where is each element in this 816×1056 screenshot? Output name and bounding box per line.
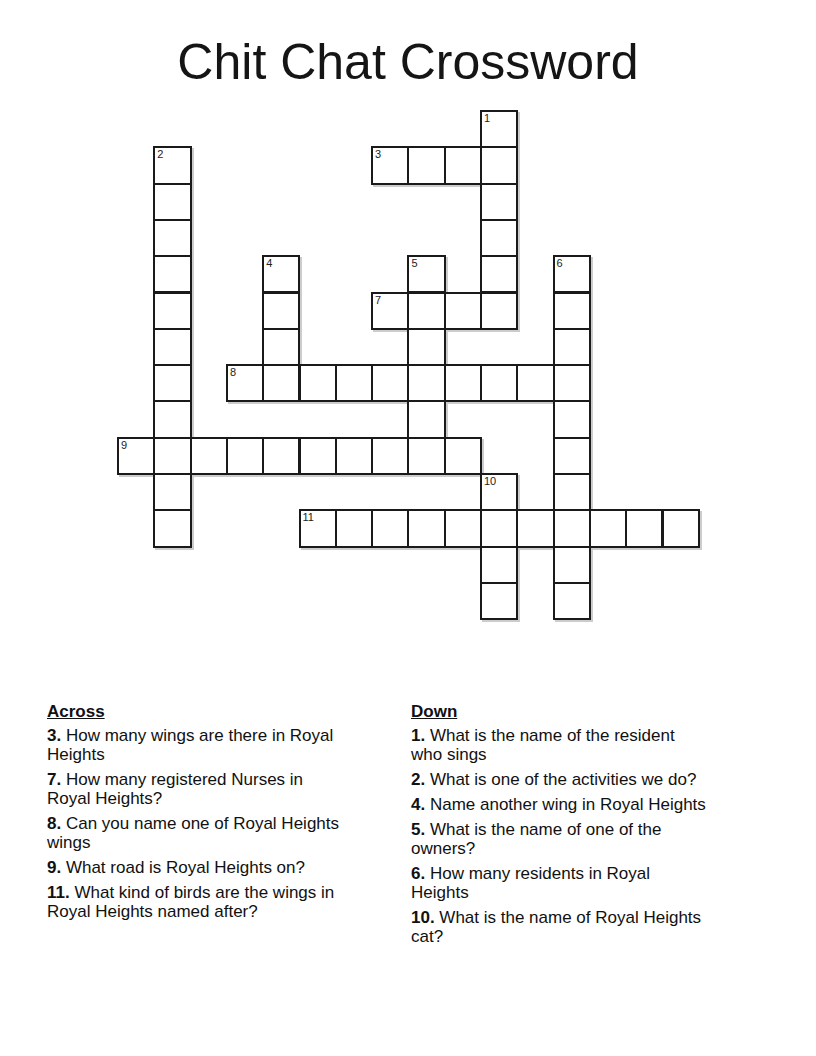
across-header: Across <box>47 702 348 721</box>
cell-r11c10[interactable] <box>480 509 518 547</box>
cell-r11c9[interactable] <box>444 509 482 547</box>
clue-number-label: 2. <box>411 770 430 789</box>
cell-r4c10[interactable] <box>480 255 518 293</box>
cell-r0c10[interactable]: 1 <box>480 110 518 148</box>
cell-number: 3 <box>375 148 381 160</box>
cell-r2c1[interactable] <box>153 183 191 221</box>
clue-number-label: 1. <box>411 726 430 745</box>
clue-text: What is one of the activities we do? <box>430 770 696 789</box>
cell-r7c9[interactable] <box>444 364 482 402</box>
down-clue-list: 1. What is the name of the resident who … <box>411 726 709 946</box>
cell-number: 8 <box>230 366 236 378</box>
cell-r3c1[interactable] <box>153 219 191 257</box>
cell-r13c10[interactable] <box>480 582 518 620</box>
cell-r11c7[interactable] <box>371 509 409 547</box>
clue-down-4: 4. Name another wing in Royal Heights <box>411 795 709 814</box>
cell-r9c5[interactable] <box>299 437 337 475</box>
cell-r7c10[interactable] <box>480 364 518 402</box>
cell-r6c12[interactable] <box>553 328 591 366</box>
clue-down-5: 5. What is the name of one of the owners… <box>411 820 709 858</box>
cell-r11c1[interactable] <box>153 509 191 547</box>
cell-number: 5 <box>411 257 417 269</box>
cell-r7c6[interactable] <box>335 364 373 402</box>
cell-r13c12[interactable] <box>553 582 591 620</box>
clue-text: What is the name of one of the owners? <box>411 820 661 858</box>
cell-r9c1[interactable] <box>153 437 191 475</box>
cell-r11c13[interactable] <box>589 509 627 547</box>
clue-number-label: 11. <box>47 883 74 902</box>
cell-r5c10[interactable] <box>480 292 518 330</box>
cell-r9c4[interactable] <box>262 437 300 475</box>
cell-r11c12[interactable] <box>553 509 591 547</box>
down-clues-column: Down 1. What is the name of the resident… <box>411 702 709 952</box>
cell-r7c8[interactable] <box>407 364 445 402</box>
cell-r7c5[interactable] <box>299 364 337 402</box>
cell-r12c10[interactable] <box>480 546 518 584</box>
cell-r4c12[interactable]: 6 <box>553 255 591 293</box>
cell-r7c7[interactable] <box>371 364 409 402</box>
cell-r5c4[interactable] <box>262 292 300 330</box>
clue-number-label: 5. <box>411 820 430 839</box>
cell-r4c4[interactable]: 4 <box>262 255 300 293</box>
cell-r1c10[interactable] <box>480 146 518 184</box>
cell-r4c1[interactable] <box>153 255 191 293</box>
page-title: Chit Chat Crossword <box>0 34 816 90</box>
cell-r11c15[interactable] <box>662 509 700 547</box>
cell-r12c12[interactable] <box>553 546 591 584</box>
cell-number: 9 <box>121 439 127 451</box>
cell-number: 11 <box>303 511 314 523</box>
cell-r7c12[interactable] <box>553 364 591 402</box>
clue-number-label: 4. <box>411 795 430 814</box>
cell-r9c8[interactable] <box>407 437 445 475</box>
cell-r6c1[interactable] <box>153 328 191 366</box>
clue-text: What is the name of the resident who sin… <box>411 726 675 764</box>
clue-number-label: 7. <box>47 770 66 789</box>
clue-number-label: 10. <box>411 908 439 927</box>
cell-r7c3[interactable]: 8 <box>226 364 264 402</box>
cell-r5c7[interactable]: 7 <box>371 292 409 330</box>
clue-text: What is the name of Royal Heights cat? <box>411 908 701 946</box>
cell-r4c8[interactable]: 5 <box>407 255 445 293</box>
cell-r8c8[interactable] <box>407 400 445 438</box>
cell-r11c11[interactable] <box>516 509 554 547</box>
cell-r9c0[interactable]: 9 <box>117 437 155 475</box>
cell-number: 2 <box>157 148 163 160</box>
cell-r11c6[interactable] <box>335 509 373 547</box>
clue-down-6: 6. How many residents in Royal Heights <box>411 864 709 902</box>
clue-down-1: 1. What is the name of the resident who … <box>411 726 709 764</box>
clue-text: How many registered Nurses in Royal Heig… <box>47 770 303 808</box>
cell-r11c5[interactable]: 11 <box>299 509 337 547</box>
cell-r9c7[interactable] <box>371 437 409 475</box>
clue-across-3: 3. How many wings are there in Royal Hei… <box>47 726 348 764</box>
cell-r5c9[interactable] <box>444 292 482 330</box>
cell-number: 4 <box>266 257 272 269</box>
clue-across-9: 9. What road is Royal Heights on? <box>47 858 348 877</box>
cell-r1c9[interactable] <box>444 146 482 184</box>
cell-r8c12[interactable] <box>553 400 591 438</box>
clue-number-label: 9. <box>47 858 66 877</box>
cell-number: 6 <box>557 257 563 269</box>
clue-across-7: 7. How many registered Nurses in Royal H… <box>47 770 348 808</box>
cell-r9c3[interactable] <box>226 437 264 475</box>
clue-text: Can you name one of Royal Heights wings <box>47 814 339 852</box>
cell-r7c4[interactable] <box>262 364 300 402</box>
clue-number-label: 6. <box>411 864 430 883</box>
cell-r10c12[interactable] <box>553 473 591 511</box>
across-clues-column: Across 3. How many wings are there in Ro… <box>47 702 348 927</box>
clue-text: What road is Royal Heights on? <box>66 858 305 877</box>
clue-number-label: 8. <box>47 814 66 833</box>
cell-r1c1[interactable]: 2 <box>153 146 191 184</box>
clue-across-8: 8. Can you name one of Royal Heights win… <box>47 814 348 852</box>
cell-r5c8[interactable] <box>407 292 445 330</box>
cell-r10c10[interactable]: 10 <box>480 473 518 511</box>
crossword-grid: 1234567891011 <box>117 110 701 622</box>
clue-text: Name another wing in Royal Heights <box>430 795 706 814</box>
down-header: Down <box>411 702 709 721</box>
cell-r11c8[interactable] <box>407 509 445 547</box>
cell-r9c9[interactable] <box>444 437 482 475</box>
cell-r8c1[interactable] <box>153 400 191 438</box>
clue-text: What kind of birds are the wings in Roya… <box>47 883 334 921</box>
clue-down-10: 10. What is the name of Royal Heights ca… <box>411 908 709 946</box>
cell-r6c4[interactable] <box>262 328 300 366</box>
cell-r2c10[interactable] <box>480 183 518 221</box>
clue-down-2: 2. What is one of the activities we do? <box>411 770 709 789</box>
cell-number: 1 <box>484 112 490 124</box>
cell-r11c14[interactable] <box>625 509 663 547</box>
cell-r5c1[interactable] <box>153 292 191 330</box>
cell-r1c8[interactable] <box>407 146 445 184</box>
clue-number-label: 3. <box>47 726 66 745</box>
across-clue-list: 3. How many wings are there in Royal Hei… <box>47 726 348 921</box>
cell-r5c12[interactable] <box>553 292 591 330</box>
cell-r9c2[interactable] <box>190 437 228 475</box>
clue-text: How many wings are there in Royal Height… <box>47 726 333 764</box>
cell-r7c1[interactable] <box>153 364 191 402</box>
cell-r9c6[interactable] <box>335 437 373 475</box>
cell-r6c8[interactable] <box>407 328 445 366</box>
cell-number: 10 <box>484 475 496 487</box>
cell-r3c10[interactable] <box>480 219 518 257</box>
clue-text: How many residents in Royal Heights <box>411 864 650 902</box>
clue-across-11: 11. What kind of birds are the wings in … <box>47 883 348 921</box>
cell-r9c12[interactable] <box>553 437 591 475</box>
cell-r10c1[interactable] <box>153 473 191 511</box>
cell-r7c11[interactable] <box>516 364 554 402</box>
cell-r1c7[interactable]: 3 <box>371 146 409 184</box>
cell-number: 7 <box>375 294 381 306</box>
